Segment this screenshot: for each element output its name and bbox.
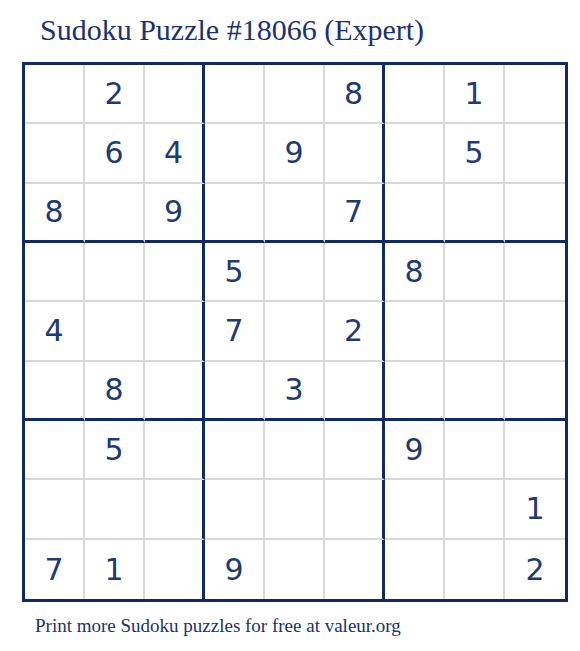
sudoku-cell-r8c9[interactable]: 1 xyxy=(505,480,565,539)
sudoku-cell-r7c7[interactable]: 9 xyxy=(385,421,445,480)
sudoku-cell-r6c8[interactable] xyxy=(445,362,505,421)
sudoku-cell-r5c3[interactable] xyxy=(145,302,205,361)
sudoku-cell-r6c3[interactable] xyxy=(145,362,205,421)
sudoku-cell-r4c5[interactable] xyxy=(265,243,325,302)
sudoku-cell-r3c8[interactable] xyxy=(445,184,505,243)
footer-text: Print more Sudoku puzzles for free at va… xyxy=(35,615,401,637)
sudoku-cell-r4c4[interactable]: 5 xyxy=(205,243,265,302)
sudoku-cell-r1c1[interactable] xyxy=(25,65,85,124)
sudoku-cell-r6c5[interactable]: 3 xyxy=(265,362,325,421)
sudoku-cell-r7c5[interactable] xyxy=(265,421,325,480)
sudoku-cell-r2c1[interactable] xyxy=(25,124,85,183)
sudoku-cell-r6c4[interactable] xyxy=(205,362,265,421)
sudoku-cell-r1c7[interactable] xyxy=(385,65,445,124)
sudoku-cell-r3c9[interactable] xyxy=(505,184,565,243)
sudoku-cell-r1c6[interactable]: 8 xyxy=(325,65,385,124)
sudoku-cell-r8c6[interactable] xyxy=(325,480,385,539)
sudoku-cell-r6c9[interactable] xyxy=(505,362,565,421)
sudoku-cell-r7c2[interactable]: 5 xyxy=(85,421,145,480)
sudoku-cell-r7c4[interactable] xyxy=(205,421,265,480)
sudoku-cell-r3c6[interactable]: 7 xyxy=(325,184,385,243)
sudoku-cell-r8c4[interactable] xyxy=(205,480,265,539)
sudoku-cell-r3c4[interactable] xyxy=(205,184,265,243)
sudoku-cell-r1c5[interactable] xyxy=(265,65,325,124)
sudoku-cell-r3c3[interactable]: 9 xyxy=(145,184,205,243)
sudoku-cell-r6c7[interactable] xyxy=(385,362,445,421)
sudoku-cell-r6c1[interactable] xyxy=(25,362,85,421)
sudoku-cell-r5c1[interactable]: 4 xyxy=(25,302,85,361)
sudoku-cell-r1c9[interactable] xyxy=(505,65,565,124)
sudoku-cell-r2c8[interactable]: 5 xyxy=(445,124,505,183)
sudoku-cell-r5c2[interactable] xyxy=(85,302,145,361)
sudoku-cell-r7c3[interactable] xyxy=(145,421,205,480)
sudoku-cell-r9c9[interactable]: 2 xyxy=(505,540,565,599)
sudoku-cell-r4c8[interactable] xyxy=(445,243,505,302)
sudoku-cell-r5c8[interactable] xyxy=(445,302,505,361)
sudoku-cell-r6c6[interactable] xyxy=(325,362,385,421)
sudoku-cell-r2c4[interactable] xyxy=(205,124,265,183)
page-title: Sudoku Puzzle #18066 (Expert) xyxy=(40,13,424,47)
sudoku-cell-r3c5[interactable] xyxy=(265,184,325,243)
sudoku-cell-r6c2[interactable]: 8 xyxy=(85,362,145,421)
sudoku-cell-r9c1[interactable]: 7 xyxy=(25,540,85,599)
sudoku-cell-r1c4[interactable] xyxy=(205,65,265,124)
sudoku-cell-r2c9[interactable] xyxy=(505,124,565,183)
sudoku-cell-r7c9[interactable] xyxy=(505,421,565,480)
sudoku-cell-r9c3[interactable] xyxy=(145,540,205,599)
sudoku-cell-r2c6[interactable] xyxy=(325,124,385,183)
sudoku-cell-r9c8[interactable] xyxy=(445,540,505,599)
sudoku-cell-r1c2[interactable]: 2 xyxy=(85,65,145,124)
sudoku-cell-r9c2[interactable]: 1 xyxy=(85,540,145,599)
sudoku-cell-r5c5[interactable] xyxy=(265,302,325,361)
sudoku-cell-r1c3[interactable] xyxy=(145,65,205,124)
sudoku-cell-r4c1[interactable] xyxy=(25,243,85,302)
sudoku-cell-r5c4[interactable]: 7 xyxy=(205,302,265,361)
sudoku-cell-r7c1[interactable] xyxy=(25,421,85,480)
sudoku-cell-r8c8[interactable] xyxy=(445,480,505,539)
sudoku-grid: 281649589758472835917192 xyxy=(22,62,568,602)
sudoku-cell-r8c1[interactable] xyxy=(25,480,85,539)
sudoku-cell-r5c7[interactable] xyxy=(385,302,445,361)
sudoku-cell-r5c9[interactable] xyxy=(505,302,565,361)
sudoku-cell-r9c7[interactable] xyxy=(385,540,445,599)
sudoku-cell-r8c5[interactable] xyxy=(265,480,325,539)
sudoku-cell-r4c2[interactable] xyxy=(85,243,145,302)
sudoku-cell-r5c6[interactable]: 2 xyxy=(325,302,385,361)
sudoku-cell-r3c7[interactable] xyxy=(385,184,445,243)
sudoku-cell-r2c5[interactable]: 9 xyxy=(265,124,325,183)
sudoku-cell-r2c3[interactable]: 4 xyxy=(145,124,205,183)
sudoku-cell-r3c1[interactable]: 8 xyxy=(25,184,85,243)
sudoku-cell-r4c3[interactable] xyxy=(145,243,205,302)
sudoku-cell-r4c9[interactable] xyxy=(505,243,565,302)
sudoku-cell-r8c3[interactable] xyxy=(145,480,205,539)
sudoku-cell-r9c6[interactable] xyxy=(325,540,385,599)
sudoku-cell-r8c7[interactable] xyxy=(385,480,445,539)
sudoku-cell-r7c6[interactable] xyxy=(325,421,385,480)
sudoku-cell-r4c6[interactable] xyxy=(325,243,385,302)
sudoku-cell-r4c7[interactable]: 8 xyxy=(385,243,445,302)
sudoku-cell-r2c7[interactable] xyxy=(385,124,445,183)
sudoku-cell-r9c4[interactable]: 9 xyxy=(205,540,265,599)
sudoku-cell-r8c2[interactable] xyxy=(85,480,145,539)
sudoku-cell-r2c2[interactable]: 6 xyxy=(85,124,145,183)
sudoku-cell-r1c8[interactable]: 1 xyxy=(445,65,505,124)
sudoku-cell-r3c2[interactable] xyxy=(85,184,145,243)
sudoku-cell-r7c8[interactable] xyxy=(445,421,505,480)
sudoku-cell-r9c5[interactable] xyxy=(265,540,325,599)
